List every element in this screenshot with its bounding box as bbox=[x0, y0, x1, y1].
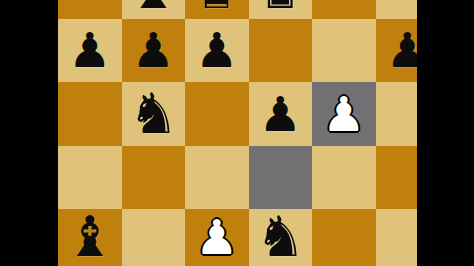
square-b6[interactable] bbox=[58, 82, 122, 146]
black-pawn: ♟ bbox=[68, 26, 111, 74]
square-b4[interactable]: ♝ bbox=[58, 209, 122, 266]
black-bishop: ♝ bbox=[128, 0, 178, 17]
white-pawn: ♟ bbox=[195, 213, 238, 261]
black-knight: ♞ bbox=[128, 86, 178, 142]
letterbox-right-bar bbox=[417, 0, 474, 266]
square-c6[interactable]: ♞ bbox=[122, 82, 186, 146]
square-d4[interactable]: ♟ bbox=[185, 209, 249, 266]
square-c8[interactable]: ♝ bbox=[122, 0, 186, 19]
square-c5[interactable] bbox=[122, 146, 186, 210]
square-b5[interactable] bbox=[58, 146, 122, 210]
square-c7[interactable]: ♟ bbox=[122, 19, 186, 83]
square-e7[interactable] bbox=[249, 19, 313, 83]
square-d6[interactable] bbox=[185, 82, 249, 146]
square-c4[interactable] bbox=[122, 209, 186, 266]
black-king: ♚ bbox=[255, 0, 305, 17]
square-e4[interactable]: ♞ bbox=[249, 209, 313, 266]
square-b7[interactable]: ♟ bbox=[58, 19, 122, 83]
square-e8[interactable]: ♚ bbox=[249, 0, 313, 19]
black-queen: ♛ bbox=[192, 0, 242, 17]
square-f7[interactable] bbox=[312, 19, 376, 83]
square-e6[interactable]: ♟ bbox=[249, 82, 313, 146]
square-f5[interactable] bbox=[312, 146, 376, 210]
square-f6[interactable]: ♟ bbox=[312, 82, 376, 146]
black-bishop: ♝ bbox=[65, 209, 115, 265]
square-d8[interactable]: ♛ bbox=[185, 0, 249, 19]
square-f4[interactable] bbox=[312, 209, 376, 266]
black-pawn: ♟ bbox=[195, 26, 238, 74]
square-d5[interactable] bbox=[185, 146, 249, 210]
white-pawn: ♟ bbox=[322, 90, 365, 138]
black-pawn: ♟ bbox=[259, 90, 302, 138]
black-knight: ♞ bbox=[255, 209, 305, 265]
black-pawn: ♟ bbox=[132, 26, 175, 74]
square-e5[interactable] bbox=[249, 146, 313, 210]
video-frame: ♝♛♚♟♟♟♟♞♟♟♝♟♞ bbox=[0, 0, 474, 266]
letterbox-left-bar bbox=[0, 0, 58, 266]
chess-board: ♝♛♚♟♟♟♟♞♟♟♝♟♞ bbox=[58, 0, 439, 266]
square-f8[interactable] bbox=[312, 0, 376, 19]
square-b8[interactable] bbox=[58, 0, 122, 19]
square-d7[interactable]: ♟ bbox=[185, 19, 249, 83]
